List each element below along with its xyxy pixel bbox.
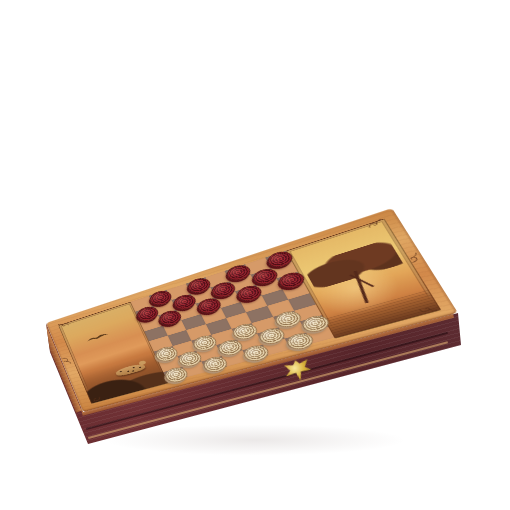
scroll-ornament-icon	[88, 396, 102, 405]
acacia-tree-icon	[302, 239, 404, 290]
photo-background	[0, 0, 510, 510]
eagle-icon	[85, 331, 110, 343]
